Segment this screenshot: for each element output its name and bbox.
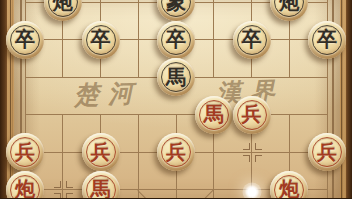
table-edge-right	[346, 0, 352, 198]
piece-glyph: 馬	[195, 96, 233, 134]
piece-glyph: 卒	[308, 21, 346, 59]
red-horse-left[interactable]: 馬	[82, 171, 120, 199]
red-cannon-right[interactable]: 炮	[270, 171, 308, 199]
black-elephant-center[interactable]: 象	[157, 0, 195, 21]
grid-file-line-3	[138, 115, 139, 199]
red-soldier-2[interactable]: 兵	[82, 133, 120, 171]
point-marker-bracket	[66, 193, 73, 199]
grid-rank-line-5	[25, 114, 328, 115]
piece-glyph: 兵	[233, 96, 271, 134]
red-cannon-left[interactable]: 炮	[6, 171, 44, 199]
black-horse-center[interactable]: 馬	[157, 58, 195, 96]
black-soldier-2[interactable]: 卒	[82, 21, 120, 59]
red-soldier-advanced[interactable]: 兵	[233, 96, 271, 134]
black-soldier-3[interactable]: 卒	[157, 21, 195, 59]
red-soldier-5[interactable]: 兵	[308, 133, 346, 171]
red-horse-advanced[interactable]: 馬	[195, 96, 233, 134]
point-marker-bracket	[243, 155, 250, 162]
point-marker-bracket	[255, 155, 262, 162]
black-cannon-left[interactable]: 炮	[44, 0, 82, 21]
red-soldier-1[interactable]: 兵	[6, 133, 44, 171]
move-indicator-dot[interactable]	[247, 187, 256, 196]
black-soldier-4[interactable]: 卒	[233, 21, 271, 59]
piece-glyph: 馬	[82, 171, 120, 199]
black-soldier-1[interactable]: 卒	[6, 21, 44, 59]
piece-glyph: 卒	[6, 21, 44, 59]
piece-glyph: 炮	[270, 0, 308, 21]
piece-glyph: 卒	[233, 21, 271, 59]
black-soldier-5[interactable]: 卒	[308, 21, 346, 59]
piece-glyph: 炮	[6, 171, 44, 199]
piece-glyph: 卒	[82, 21, 120, 59]
piece-glyph: 兵	[6, 133, 44, 171]
piece-glyph: 兵	[308, 133, 346, 171]
point-marker-bracket	[54, 181, 61, 188]
piece-glyph: 卒	[157, 21, 195, 59]
point-marker-bracket	[66, 181, 73, 188]
black-cannon-right[interactable]: 炮	[270, 0, 308, 21]
point-marker-bracket	[243, 143, 250, 150]
piece-glyph: 象	[157, 0, 195, 21]
point-marker-bracket	[255, 143, 262, 150]
grid-file-line-1	[62, 115, 63, 199]
piece-glyph: 炮	[44, 0, 82, 21]
xiangqi-board[interactable]: 楚河 漢界 炮象炮卒卒卒卒卒馬馬兵兵兵兵兵炮馬炮	[0, 0, 352, 198]
piece-glyph: 馬	[157, 58, 195, 96]
piece-glyph: 兵	[82, 133, 120, 171]
piece-glyph: 兵	[157, 133, 195, 171]
piece-glyph: 炮	[270, 171, 308, 199]
point-marker-bracket	[54, 193, 61, 199]
red-soldier-3[interactable]: 兵	[157, 133, 195, 171]
